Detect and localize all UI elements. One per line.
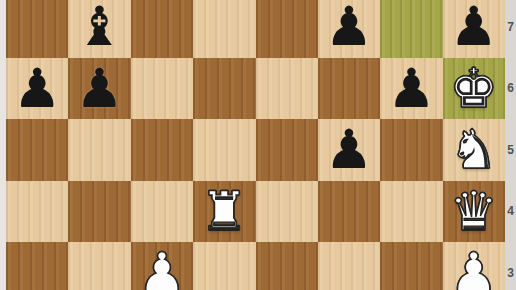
rank-label-6: 6 <box>505 81 516 95</box>
square-f5[interactable]: ♟ <box>318 119 380 181</box>
square-g5[interactable] <box>380 119 442 181</box>
square-g4[interactable] <box>380 181 442 243</box>
square-b5[interactable] <box>68 119 130 181</box>
white-queen: ♛ <box>450 181 498 243</box>
white-pawn: ♟ <box>138 242 186 290</box>
square-c7[interactable] <box>131 0 193 58</box>
rank-label-7: 7 <box>505 20 516 34</box>
square-g7[interactable] <box>380 0 442 58</box>
square-h4[interactable]: ♛ <box>443 181 505 243</box>
square-c3[interactable]: ♟ <box>131 242 193 290</box>
black-pawn: ♟ <box>325 0 373 58</box>
square-d4[interactable]: ♜ <box>193 181 255 243</box>
white-king: ♚ <box>450 58 498 120</box>
black-pawn: ♟ <box>75 58 123 120</box>
white-rook: ♜ <box>200 181 248 243</box>
white-pawn: ♟ <box>450 242 498 290</box>
square-d5[interactable] <box>193 119 255 181</box>
square-c6[interactable] <box>131 58 193 120</box>
rank-label-5: 5 <box>505 143 516 157</box>
square-e4[interactable] <box>256 181 318 243</box>
rank-label-3: 3 <box>505 266 516 280</box>
square-a5[interactable] <box>6 119 68 181</box>
rank-coordinate-strip: 76543 <box>505 0 516 290</box>
square-h7[interactable]: ♟ <box>443 0 505 58</box>
square-c4[interactable] <box>131 181 193 243</box>
square-e6[interactable] <box>256 58 318 120</box>
square-d7[interactable] <box>193 0 255 58</box>
square-e5[interactable] <box>256 119 318 181</box>
square-h5[interactable]: ♞ <box>443 119 505 181</box>
square-a3[interactable] <box>6 242 68 290</box>
square-d6[interactable] <box>193 58 255 120</box>
square-f3[interactable] <box>318 242 380 290</box>
square-f6[interactable] <box>318 58 380 120</box>
square-f4[interactable] <box>318 181 380 243</box>
black-bishop: ♝ <box>75 0 123 58</box>
black-pawn: ♟ <box>13 58 61 120</box>
square-h6[interactable]: ♚ <box>443 58 505 120</box>
black-pawn: ♟ <box>450 0 498 58</box>
rank-label-4: 4 <box>505 204 516 218</box>
black-pawn: ♟ <box>325 119 373 181</box>
square-g3[interactable] <box>380 242 442 290</box>
square-b4[interactable] <box>68 181 130 243</box>
square-d3[interactable] <box>193 242 255 290</box>
square-b3[interactable] <box>68 242 130 290</box>
square-e3[interactable] <box>256 242 318 290</box>
square-h3[interactable]: ♟ <box>443 242 505 290</box>
square-c5[interactable] <box>131 119 193 181</box>
square-e7[interactable] <box>256 0 318 58</box>
white-knight: ♞ <box>450 119 498 181</box>
black-pawn: ♟ <box>387 58 435 120</box>
square-g6[interactable]: ♟ <box>380 58 442 120</box>
square-f7[interactable]: ♟ <box>318 0 380 58</box>
square-a7[interactable] <box>6 0 68 58</box>
chessboard-screenshot: ♝♟♟♟♟♟♚♟♞♜♛♟♟ 76543 <box>0 0 516 290</box>
chess-board: ♝♟♟♟♟♟♚♟♞♜♛♟♟ <box>6 0 505 290</box>
square-a4[interactable] <box>6 181 68 243</box>
square-b7[interactable]: ♝ <box>68 0 130 58</box>
square-a6[interactable]: ♟ <box>6 58 68 120</box>
square-b6[interactable]: ♟ <box>68 58 130 120</box>
